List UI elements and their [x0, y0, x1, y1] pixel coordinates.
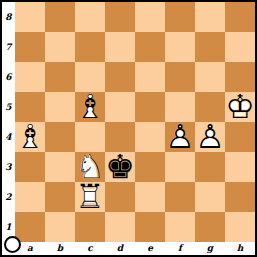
- square-g8[interactable]: [195, 2, 225, 32]
- square-a7[interactable]: [15, 32, 45, 62]
- square-d8[interactable]: [105, 2, 135, 32]
- white-knight-glyph: ♞: [75, 152, 105, 182]
- white-rook-glyph: ♜: [75, 182, 105, 212]
- piece-white-pawn-g4[interactable]: ♟♙: [195, 122, 225, 152]
- square-g1[interactable]: [195, 212, 225, 242]
- chess-board: ♝♗♚♔♝♗♟♙♟♙♞♘♚♜♖: [15, 2, 255, 242]
- square-d5[interactable]: [105, 92, 135, 122]
- square-e5[interactable]: [135, 92, 165, 122]
- rank-label-6: 6: [2, 62, 15, 92]
- square-b5[interactable]: [45, 92, 75, 122]
- rank-labels: 87654321: [2, 2, 15, 242]
- rank-label-7: 7: [2, 32, 15, 62]
- file-label-b: b: [45, 242, 75, 255]
- square-d7[interactable]: [105, 32, 135, 62]
- chess-diagram: 87654321 ♝♗♚♔♝♗♟♙♟♙♞♘♚♜♖ abcdefgh: [0, 0, 257, 257]
- square-d4[interactable]: [105, 122, 135, 152]
- rank-label-5: 5: [2, 92, 15, 122]
- square-d1[interactable]: [105, 212, 135, 242]
- piece-white-pawn-f4[interactable]: ♟♙: [165, 122, 195, 152]
- square-g7[interactable]: [195, 32, 225, 62]
- white-pawn-glyph: ♟: [195, 122, 225, 152]
- black-king-glyph: ♚: [105, 152, 135, 182]
- white-king-glyph: ♚: [225, 92, 255, 122]
- square-f7[interactable]: [165, 32, 195, 62]
- square-b1[interactable]: [45, 212, 75, 242]
- square-g3[interactable]: [195, 152, 225, 182]
- square-b8[interactable]: [45, 2, 75, 32]
- white-pawn-glyph: ♙: [165, 122, 195, 152]
- square-h4[interactable]: [225, 122, 255, 152]
- square-b2[interactable]: [45, 182, 75, 212]
- rank-label-8: 8: [2, 2, 15, 32]
- square-f1[interactable]: [165, 212, 195, 242]
- rank-label-2: 2: [2, 182, 15, 212]
- piece-white-bishop-c5[interactable]: ♝♗: [75, 92, 105, 122]
- white-pawn-glyph: ♙: [195, 122, 225, 152]
- square-e6[interactable]: [135, 62, 165, 92]
- square-c4[interactable]: [75, 122, 105, 152]
- square-a8[interactable]: [15, 2, 45, 32]
- square-h2[interactable]: [225, 182, 255, 212]
- square-b7[interactable]: [45, 32, 75, 62]
- piece-white-rook-c2[interactable]: ♜♖: [75, 182, 105, 212]
- square-e1[interactable]: [135, 212, 165, 242]
- piece-white-knight-c3[interactable]: ♞♘: [75, 152, 105, 182]
- piece-white-king-h5[interactable]: ♚♔: [225, 92, 255, 122]
- file-label-g: g: [195, 242, 225, 255]
- square-h6[interactable]: [225, 62, 255, 92]
- white-pawn-glyph: ♟: [165, 122, 195, 152]
- square-b4[interactable]: [45, 122, 75, 152]
- square-f6[interactable]: [165, 62, 195, 92]
- square-c7[interactable]: [75, 32, 105, 62]
- square-d6[interactable]: [105, 62, 135, 92]
- white-to-move-indicator: [4, 236, 21, 253]
- white-bishop-glyph: ♗: [75, 92, 105, 122]
- white-bishop-glyph: ♝: [75, 92, 105, 122]
- piece-black-king-d3[interactable]: ♚: [105, 152, 135, 182]
- file-label-d: d: [105, 242, 135, 255]
- square-c8[interactable]: [75, 2, 105, 32]
- square-f8[interactable]: [165, 2, 195, 32]
- square-e4[interactable]: [135, 122, 165, 152]
- square-h3[interactable]: [225, 152, 255, 182]
- file-label-c: c: [75, 242, 105, 255]
- square-g2[interactable]: [195, 182, 225, 212]
- square-c6[interactable]: [75, 62, 105, 92]
- square-h7[interactable]: [225, 32, 255, 62]
- rank-label-4: 4: [2, 122, 15, 152]
- square-g5[interactable]: [195, 92, 225, 122]
- white-bishop-glyph: ♗: [15, 122, 45, 152]
- square-a1[interactable]: [15, 212, 45, 242]
- piece-white-bishop-a4[interactable]: ♝♗: [15, 122, 45, 152]
- square-a6[interactable]: [15, 62, 45, 92]
- square-h8[interactable]: [225, 2, 255, 32]
- square-a3[interactable]: [15, 152, 45, 182]
- square-f3[interactable]: [165, 152, 195, 182]
- square-a2[interactable]: [15, 182, 45, 212]
- square-f5[interactable]: [165, 92, 195, 122]
- square-b3[interactable]: [45, 152, 75, 182]
- square-g6[interactable]: [195, 62, 225, 92]
- square-d2[interactable]: [105, 182, 135, 212]
- square-e3[interactable]: [135, 152, 165, 182]
- square-a5[interactable]: [15, 92, 45, 122]
- file-label-h: h: [225, 242, 255, 255]
- square-e7[interactable]: [135, 32, 165, 62]
- rank-label-3: 3: [2, 152, 15, 182]
- square-e8[interactable]: [135, 2, 165, 32]
- file-label-f: f: [165, 242, 195, 255]
- white-rook-glyph: ♖: [75, 182, 105, 212]
- square-h1[interactable]: [225, 212, 255, 242]
- square-c1[interactable]: [75, 212, 105, 242]
- white-knight-glyph: ♘: [75, 152, 105, 182]
- white-bishop-glyph: ♝: [15, 122, 45, 152]
- square-e2[interactable]: [135, 182, 165, 212]
- square-b6[interactable]: [45, 62, 75, 92]
- square-f2[interactable]: [165, 182, 195, 212]
- white-king-glyph: ♔: [225, 92, 255, 122]
- file-label-e: e: [135, 242, 165, 255]
- file-labels: abcdefgh: [15, 242, 255, 255]
